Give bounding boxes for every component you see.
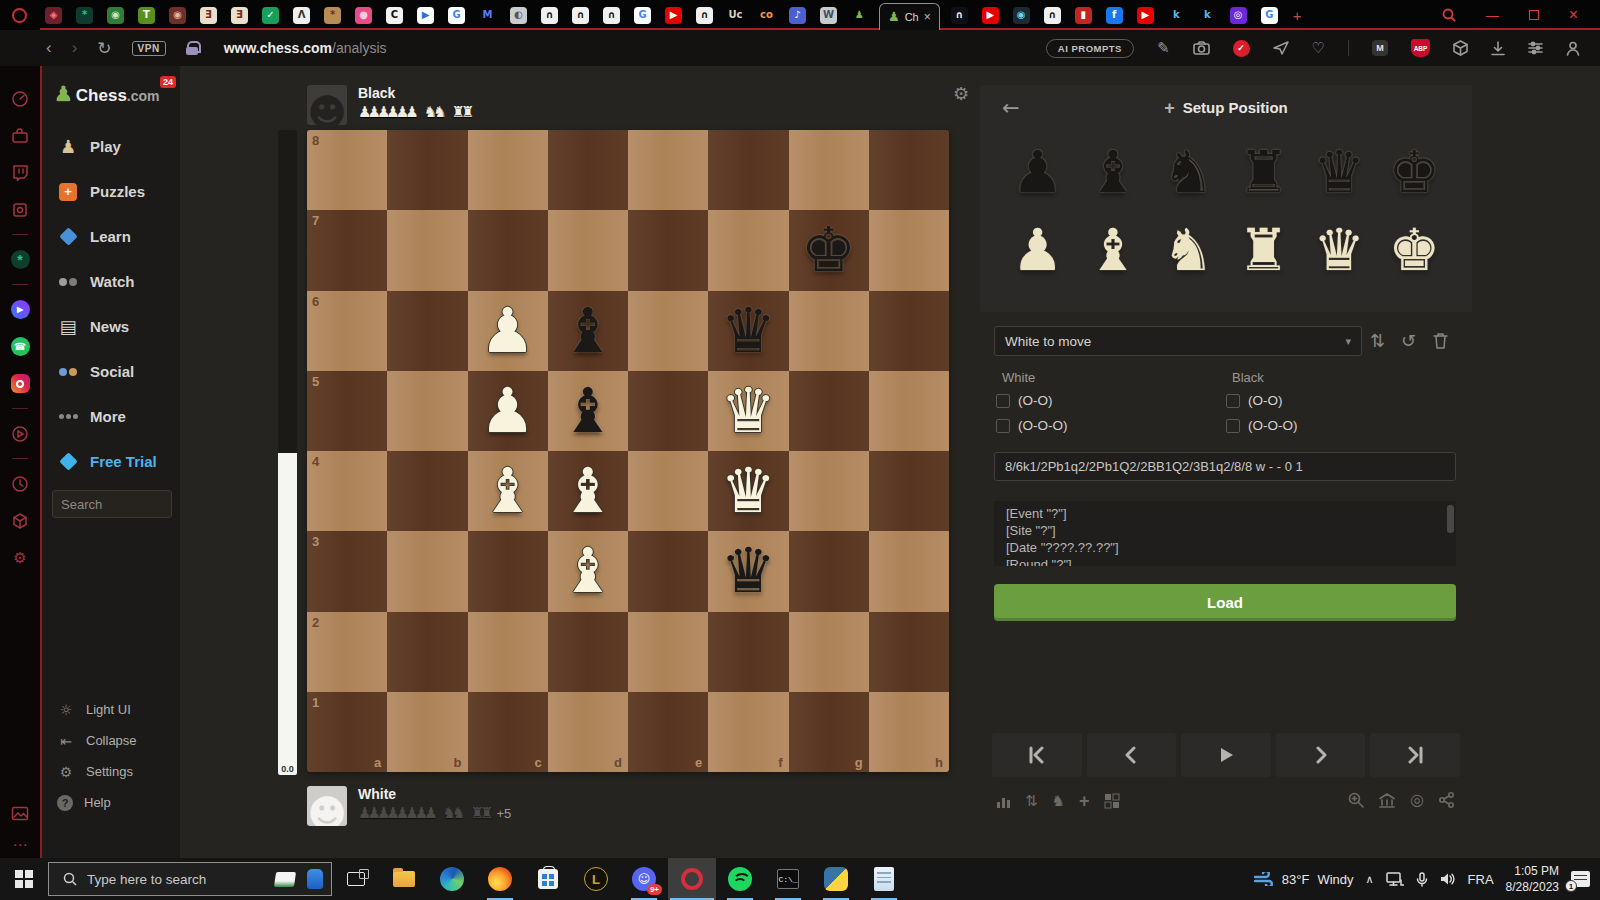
footer-label: Collapse bbox=[86, 733, 137, 748]
tab-favicon[interactable]: W bbox=[820, 7, 837, 24]
divider bbox=[12, 284, 28, 285]
rank-label: 8 bbox=[312, 134, 319, 147]
python-icon[interactable] bbox=[812, 858, 860, 900]
new-tab-button[interactable]: + bbox=[1293, 7, 1302, 24]
tab-favicon[interactable]: f bbox=[1106, 7, 1123, 24]
palette-white-queen[interactable]: ♛ bbox=[1301, 211, 1376, 289]
weather-widget[interactable]: 83°F Windy bbox=[1254, 872, 1354, 887]
square-b5[interactable] bbox=[387, 371, 467, 451]
search-icon[interactable] bbox=[1442, 8, 1456, 22]
opera-gx-icon[interactable] bbox=[668, 858, 716, 900]
piece-white-pawn-c6[interactable]: ♟ bbox=[468, 291, 548, 371]
windows-taskbar: L ☺9+ C:\_ 83°F Windy ∧ FRA 1:05 PM 8/28… bbox=[0, 858, 1600, 900]
sidebar-item-news[interactable]: ▤News bbox=[42, 304, 180, 349]
tab-favicon[interactable]: k bbox=[1199, 7, 1216, 24]
cube-icon[interactable] bbox=[1453, 40, 1468, 56]
tray-time: 1:05 PM bbox=[1506, 863, 1559, 879]
divider bbox=[12, 458, 28, 459]
first-move-button[interactable] bbox=[992, 733, 1082, 777]
square-f3[interactable]: ♛ bbox=[708, 531, 788, 611]
clock[interactable]: 1:05 PM 8/28/2023 bbox=[1506, 863, 1559, 895]
tab-favicon[interactable]: ∩ bbox=[572, 7, 589, 24]
square-e8[interactable] bbox=[628, 130, 708, 210]
chesscom-logo[interactable]: ♟ Chess .com 24 bbox=[42, 66, 180, 112]
tab-favicon[interactable]: C bbox=[386, 7, 403, 24]
sidebar-search bbox=[52, 490, 170, 518]
flip-colors-icon[interactable]: ⇅ bbox=[1370, 330, 1385, 351]
close-tab-icon[interactable]: × bbox=[924, 10, 931, 24]
tab-favicon[interactable]: ◉ bbox=[1013, 7, 1030, 24]
heart-icon[interactable]: ♡ bbox=[1312, 39, 1325, 57]
square-e3[interactable] bbox=[628, 531, 708, 611]
square-d2[interactable] bbox=[548, 612, 628, 692]
castle-checkbox[interactable] bbox=[996, 394, 1010, 408]
add-icon[interactable]: + bbox=[1079, 792, 1090, 810]
square-f8[interactable] bbox=[708, 130, 788, 210]
chevron-down-icon: ▾ bbox=[1345, 335, 1351, 348]
avatar-black[interactable]: ☻ bbox=[307, 85, 347, 125]
sidebar-menu: ♟Play+PuzzlesLearnWatch▤NewsSocialMoreFr… bbox=[42, 112, 180, 484]
sidebar-item-puzzles[interactable]: +Puzzles bbox=[42, 169, 180, 214]
clear-board-trash-icon[interactable] bbox=[1433, 332, 1448, 349]
league-of-legends-icon[interactable]: L bbox=[572, 858, 620, 900]
notification-center-icon[interactable]: 1 bbox=[1571, 871, 1590, 887]
forward-icon[interactable]: › bbox=[72, 38, 78, 58]
file-label: e bbox=[695, 756, 702, 769]
square-g1[interactable]: g bbox=[789, 692, 869, 772]
logo-tld: .com bbox=[127, 88, 160, 104]
board-editor-icon[interactable] bbox=[1104, 793, 1120, 809]
castle-label: (O-O) bbox=[1018, 393, 1053, 408]
square-c5[interactable]: ♟ bbox=[468, 371, 548, 451]
square-a8[interactable]: 8 bbox=[307, 130, 387, 210]
file-label: d bbox=[614, 756, 622, 769]
square-b3[interactable] bbox=[387, 531, 467, 611]
square-a2[interactable]: 2 bbox=[307, 612, 387, 692]
to-move-value: White to move bbox=[1005, 334, 1091, 349]
load-button[interactable]: Load bbox=[994, 584, 1456, 621]
edit-icon[interactable]: ✎ bbox=[1157, 39, 1170, 57]
square-b4[interactable] bbox=[387, 451, 467, 531]
language-indicator[interactable]: FRA bbox=[1468, 872, 1494, 887]
sidebar-item-label: Free Trial bbox=[90, 453, 157, 470]
square-d1[interactable]: d bbox=[548, 692, 628, 772]
divider bbox=[12, 234, 28, 235]
piece-white-queen-f5[interactable]: ♛ bbox=[708, 371, 788, 451]
rank-label: 4 bbox=[312, 455, 319, 468]
square-d6[interactable]: ♝ bbox=[548, 291, 628, 371]
palette-black-king[interactable]: ♚ bbox=[1377, 133, 1452, 211]
castle-checkbox[interactable] bbox=[1226, 394, 1240, 408]
messenger-icon[interactable]: ▶ bbox=[11, 291, 30, 328]
lock-icon[interactable] bbox=[186, 41, 198, 55]
volume-icon[interactable] bbox=[1440, 872, 1456, 886]
tab-favicon[interactable]: * bbox=[324, 7, 341, 24]
tab-favicon[interactable]: Λ bbox=[293, 7, 310, 24]
fen-input[interactable] bbox=[994, 452, 1456, 481]
square-g2[interactable] bbox=[789, 612, 869, 692]
shield-check-icon[interactable]: ✓ bbox=[1233, 40, 1250, 57]
pieces-icon[interactable]: ♞ bbox=[1052, 794, 1065, 809]
square-f4[interactable]: ♛ bbox=[708, 451, 788, 531]
square-f2[interactable] bbox=[708, 612, 788, 692]
tab-favicon[interactable]: ▶ bbox=[1137, 7, 1154, 24]
square-c1[interactable]: c bbox=[468, 692, 548, 772]
tab-favicon[interactable]: ∩ bbox=[541, 7, 558, 24]
microsoft-store-icon[interactable] bbox=[524, 858, 572, 900]
flip-board-icon[interactable]: ⇅ bbox=[1025, 794, 1038, 809]
castle-checkbox[interactable] bbox=[1226, 419, 1240, 433]
practice-target-icon[interactable]: ◎ bbox=[1410, 792, 1424, 808]
captured-piece-group: ♜♜ bbox=[452, 105, 471, 120]
play-button[interactable] bbox=[1181, 733, 1271, 777]
zoom-icon[interactable] bbox=[1348, 792, 1364, 808]
sidebar-item-label: News bbox=[90, 318, 129, 335]
captured-pieces-black: ♟♟♟♟♟♟♞♞♜♜ bbox=[358, 105, 480, 121]
player-icon[interactable] bbox=[11, 415, 29, 452]
player-row-black: ☻ Black ♟♟♟♟♟♟♞♞♜♜ bbox=[307, 85, 480, 125]
restore-button[interactable] bbox=[1529, 10, 1539, 20]
file-explorer-icon[interactable] bbox=[380, 858, 428, 900]
sidebar-more-icon[interactable]: ⋯ bbox=[13, 832, 28, 858]
square-a6[interactable]: 6 bbox=[307, 291, 387, 371]
piece-black-queen-f3[interactable]: ♛ bbox=[708, 531, 788, 611]
camera-icon[interactable] bbox=[1193, 41, 1210, 55]
square-b2[interactable] bbox=[387, 612, 467, 692]
square-h7[interactable] bbox=[869, 210, 949, 290]
sidebar-item-label: Social bbox=[90, 363, 134, 380]
file-label: c bbox=[535, 756, 542, 769]
edge-icon[interactable] bbox=[428, 858, 476, 900]
square-c7[interactable] bbox=[468, 210, 548, 290]
palette-white-king[interactable]: ♚ bbox=[1377, 211, 1452, 289]
tray-chevron-icon[interactable]: ∧ bbox=[1366, 873, 1374, 886]
file-label: b bbox=[454, 756, 462, 769]
palette-white-knight[interactable]: ♞ bbox=[1151, 211, 1226, 289]
analysis-tools-left: ⇅ ♞ + bbox=[996, 792, 1120, 810]
taskbar-search[interactable] bbox=[48, 862, 332, 896]
active-tab[interactable]: ♟ Ch × bbox=[879, 3, 940, 30]
instagram-icon[interactable] bbox=[11, 365, 30, 402]
network-icon[interactable] bbox=[1386, 872, 1404, 886]
ai-prompts-button[interactable]: AI PROMPTS bbox=[1046, 39, 1134, 58]
speed-dial-icon[interactable] bbox=[11, 80, 29, 117]
square-h4[interactable] bbox=[869, 451, 949, 531]
tab-favicon[interactable]: ▶ bbox=[417, 7, 434, 24]
square-e2[interactable] bbox=[628, 612, 708, 692]
footer-label: Help bbox=[84, 795, 111, 810]
castle-white-long: (O-O-O) bbox=[996, 418, 1068, 433]
piece-white-bishop-c4[interactable]: ♝ bbox=[468, 451, 548, 531]
sidebar-item-learn[interactable]: Learn bbox=[42, 214, 180, 259]
square-g8[interactable] bbox=[789, 130, 869, 210]
square-a3[interactable]: 3 bbox=[307, 531, 387, 611]
chess-board: 87♚6♟♝♛5♟♝♛4♝♝♛3♝♛21abcdefgh bbox=[307, 130, 949, 772]
square-d7[interactable] bbox=[548, 210, 628, 290]
tab-favicon[interactable]: ∩ bbox=[1044, 7, 1061, 24]
tab-favicon[interactable]: ● bbox=[355, 7, 372, 24]
square-e5[interactable] bbox=[628, 371, 708, 451]
spotify-icon[interactable] bbox=[716, 858, 764, 900]
sidebar-item-play[interactable]: ♟Play bbox=[42, 124, 180, 169]
pgn-line: [Site "?"] bbox=[1006, 522, 1444, 539]
back-arrow-icon[interactable]: ← bbox=[980, 96, 1020, 120]
palette-black-bishop[interactable]: ♝ bbox=[1075, 133, 1150, 211]
square-b7[interactable] bbox=[387, 210, 467, 290]
tab-group-left: ◈*◉T◉ƎƎ✓Λ*●C▶GM◐∩∩∩G▶∩Ucco♪W♟ bbox=[38, 7, 875, 24]
square-g7[interactable]: ♚ bbox=[789, 210, 869, 290]
square-d8[interactable] bbox=[548, 130, 628, 210]
firefox-icon[interactable] bbox=[476, 858, 524, 900]
square-b6[interactable] bbox=[387, 291, 467, 371]
free-trial-icon bbox=[57, 455, 79, 468]
square-g4[interactable] bbox=[789, 451, 869, 531]
captured-pieces-white: ♟♟♟♟♟♟♟♟♞♞♜♜+5 bbox=[358, 806, 511, 822]
snapshot-icon[interactable] bbox=[11, 795, 29, 832]
shopping-icon[interactable] bbox=[11, 117, 29, 154]
notepad-icon[interactable] bbox=[860, 858, 908, 900]
history-icon[interactable] bbox=[11, 465, 29, 502]
tab-favicon[interactable]: k bbox=[1168, 7, 1185, 24]
discord-icon[interactable]: ☺9+ bbox=[620, 858, 668, 900]
twitch-icon[interactable] bbox=[12, 154, 29, 191]
microphone-icon[interactable] bbox=[1416, 872, 1428, 887]
square-a5[interactable]: 5 bbox=[307, 371, 387, 451]
scrollbar-thumb[interactable] bbox=[1447, 505, 1454, 533]
sidebar-item-light-ui[interactable]: ☼Light UI bbox=[57, 694, 180, 725]
square-c6[interactable]: ♟ bbox=[468, 291, 548, 371]
taskbar-search-input[interactable] bbox=[87, 872, 265, 887]
board-settings-gear-icon[interactable]: ⚙ bbox=[953, 83, 969, 104]
square-h6[interactable] bbox=[869, 291, 949, 371]
piece-white-queen-f4[interactable]: ♛ bbox=[708, 451, 788, 531]
tab-favicon[interactable]: ▶ bbox=[982, 7, 999, 24]
adblock-plus-icon[interactable]: ABP bbox=[1411, 39, 1430, 57]
square-g6[interactable] bbox=[789, 291, 869, 371]
captured-piece-group: ♞♞ bbox=[424, 105, 443, 120]
footer-label: Light UI bbox=[86, 702, 131, 717]
tab-favicon[interactable]: ♪ bbox=[789, 7, 806, 24]
share-icon[interactable] bbox=[1439, 792, 1454, 808]
castling-black-label: Black bbox=[1232, 370, 1264, 385]
square-b1[interactable]: b bbox=[387, 692, 467, 772]
sidebar-item-settings[interactable]: ⚙Settings bbox=[57, 756, 180, 787]
send-icon[interactable] bbox=[1273, 41, 1289, 55]
square-a7[interactable]: 7 bbox=[307, 210, 387, 290]
square-c8[interactable] bbox=[468, 130, 548, 210]
back-to-school-book-icon bbox=[274, 872, 296, 887]
sidebar-item-help[interactable]: ?Help bbox=[57, 787, 180, 818]
profile-icon[interactable] bbox=[1566, 41, 1580, 56]
tab-favicon[interactable]: Ǝ bbox=[200, 7, 217, 24]
help-icon: ? bbox=[57, 795, 73, 811]
setup-panel-title: +Setup Position bbox=[980, 98, 1472, 119]
tab-favicon[interactable]: ◐ bbox=[510, 7, 527, 24]
rank-label: 2 bbox=[312, 616, 319, 629]
search-icon bbox=[63, 872, 77, 886]
next-move-button[interactable] bbox=[1276, 733, 1366, 777]
avatar-white[interactable]: ☻ bbox=[307, 786, 347, 826]
square-b8[interactable] bbox=[387, 130, 467, 210]
download-icon[interactable] bbox=[1491, 41, 1505, 56]
tab-favicon[interactable]: ◈ bbox=[45, 7, 62, 24]
search-input[interactable] bbox=[52, 490, 172, 518]
settings-gear-icon[interactable]: ⚙ bbox=[13, 539, 26, 576]
material-advantage: +5 bbox=[496, 806, 511, 821]
palette-black-pawn[interactable]: ♟ bbox=[1000, 133, 1075, 211]
square-e6[interactable] bbox=[628, 291, 708, 371]
puzzles-icon: + bbox=[57, 183, 79, 201]
sidebar-item-social[interactable]: Social bbox=[42, 349, 180, 394]
castle-label: (O-O) bbox=[1248, 393, 1283, 408]
url-host: www.chess.com bbox=[224, 40, 332, 56]
command-prompt-icon[interactable]: C:\_ bbox=[764, 858, 812, 900]
aria-ai-icon[interactable] bbox=[11, 191, 29, 228]
tab-favicon[interactable]: Ǝ bbox=[231, 7, 248, 24]
extension-m-icon[interactable]: M bbox=[1372, 40, 1388, 56]
sidebar-item-more[interactable]: More bbox=[42, 394, 180, 439]
piece-black-king-g7[interactable]: ♚ bbox=[789, 210, 869, 290]
sidebar-item-watch[interactable]: Watch bbox=[42, 259, 180, 304]
palette-black-knight[interactable]: ♞ bbox=[1151, 133, 1226, 211]
start-button[interactable] bbox=[0, 858, 48, 900]
square-h2[interactable] bbox=[869, 612, 949, 692]
previous-move-button[interactable] bbox=[1087, 733, 1177, 777]
palette-white-bishop[interactable]: ♝ bbox=[1075, 211, 1150, 289]
square-a1[interactable]: 1a bbox=[307, 692, 387, 772]
pgn-textarea[interactable]: [Event "?"][Site "?"][Date "????.??.??"]… bbox=[994, 501, 1456, 566]
tab-favicon[interactable]: Uc bbox=[727, 7, 744, 24]
sidebar-item-free-trial[interactable]: Free Trial bbox=[42, 439, 180, 484]
chatgpt-icon[interactable]: * bbox=[11, 241, 30, 278]
url-path: /analysis bbox=[332, 40, 386, 56]
piece-white-bishop-d4[interactable]: ♝ bbox=[548, 451, 628, 531]
pgn-line: [Date "????.??.??"] bbox=[1006, 539, 1444, 556]
tab-favicon[interactable]: G bbox=[1261, 7, 1278, 24]
square-f7[interactable] bbox=[708, 210, 788, 290]
tab-favicon[interactable]: ◉ bbox=[107, 7, 124, 24]
pgn-line: [Round "?"] bbox=[1006, 556, 1444, 566]
square-d5[interactable]: ♝ bbox=[548, 371, 628, 451]
square-g5[interactable] bbox=[789, 371, 869, 451]
rank-label: 1 bbox=[312, 696, 319, 709]
extensions-icon[interactable] bbox=[11, 502, 29, 539]
to-move-dropdown[interactable]: White to move ▾ bbox=[994, 326, 1362, 356]
tab-favicon[interactable]: ∩ bbox=[603, 7, 620, 24]
minimize-button[interactable]: — bbox=[1486, 9, 1499, 22]
square-d3[interactable]: ♝ bbox=[548, 531, 628, 611]
sidebar-item-collapse[interactable]: ⇤Collapse bbox=[57, 725, 180, 756]
square-f5[interactable]: ♛ bbox=[708, 371, 788, 451]
square-h5[interactable] bbox=[869, 371, 949, 451]
castle-black-long: (O-O-O) bbox=[1226, 418, 1298, 433]
square-c4[interactable]: ♝ bbox=[468, 451, 548, 531]
rank-label: 5 bbox=[312, 375, 319, 388]
player-name-black: Black bbox=[358, 85, 480, 102]
library-icon[interactable] bbox=[1379, 793, 1395, 808]
tray-date: 8/28/2023 bbox=[1506, 879, 1559, 895]
tab-favicon[interactable]: ◉ bbox=[169, 7, 186, 24]
square-h3[interactable] bbox=[869, 531, 949, 611]
square-f1[interactable]: f bbox=[708, 692, 788, 772]
reset-board-icon[interactable]: ↺ bbox=[1401, 330, 1416, 351]
setup-panel-header: ← +Setup Position bbox=[980, 85, 1472, 131]
logo-pawn-icon: ♟ bbox=[54, 82, 73, 106]
tab-favicon[interactable]: ◎ bbox=[1230, 7, 1247, 24]
evaluation-chart-icon[interactable] bbox=[996, 794, 1011, 808]
tab-favicon[interactable]: M bbox=[479, 7, 496, 24]
active-tab-label: Ch bbox=[905, 11, 919, 23]
vpn-badge[interactable]: VPN bbox=[132, 41, 166, 56]
tab-favicon[interactable]: * bbox=[76, 7, 93, 24]
close-window-button[interactable]: × bbox=[1569, 7, 1578, 23]
tab-favicon[interactable]: ✓ bbox=[262, 7, 279, 24]
palette-white-rook[interactable]: ♜ bbox=[1226, 211, 1301, 289]
sliders-icon[interactable] bbox=[1528, 41, 1543, 55]
piece-black-queen-f6[interactable]: ♛ bbox=[708, 291, 788, 371]
news-icon: ▤ bbox=[57, 316, 79, 337]
piece-black-bishop-d5[interactable]: ♝ bbox=[548, 371, 628, 451]
whatsapp-icon[interactable]: ☎ bbox=[11, 328, 30, 365]
footer-label: Settings bbox=[86, 764, 133, 779]
reload-icon[interactable]: ↻ bbox=[97, 38, 111, 58]
tab-favicon[interactable]: G bbox=[448, 7, 465, 24]
tab-favicon[interactable]: co bbox=[758, 7, 775, 24]
square-c2[interactable] bbox=[468, 612, 548, 692]
browser-menu-button[interactable] bbox=[0, 8, 38, 23]
tab-favicon[interactable]: ▮ bbox=[1075, 7, 1092, 24]
tab-favicon[interactable]: ♟ bbox=[851, 7, 868, 24]
square-e7[interactable] bbox=[628, 210, 708, 290]
tab-favicon[interactable]: ▶ bbox=[665, 7, 682, 24]
square-h8[interactable] bbox=[869, 130, 949, 210]
last-move-button[interactable] bbox=[1370, 733, 1460, 777]
square-g3[interactable] bbox=[789, 531, 869, 611]
palette-black-queen[interactable]: ♛ bbox=[1301, 133, 1376, 211]
palette-black-rook[interactable]: ♜ bbox=[1226, 133, 1301, 211]
square-e1[interactable]: e bbox=[628, 692, 708, 772]
piece-white-pawn-c5[interactable]: ♟ bbox=[468, 371, 548, 451]
piece-black-bishop-d6[interactable]: ♝ bbox=[548, 291, 628, 371]
square-c3[interactable] bbox=[468, 531, 548, 611]
chess-favicon: ♟ bbox=[888, 9, 900, 24]
file-label: a bbox=[374, 756, 381, 769]
tab-favicon[interactable]: T bbox=[138, 7, 155, 24]
palette-white-pawn[interactable]: ♟ bbox=[1000, 211, 1075, 289]
learn-icon bbox=[57, 230, 79, 243]
square-a4[interactable]: 4 bbox=[307, 451, 387, 531]
piece-white-bishop-d3[interactable]: ♝ bbox=[548, 531, 628, 611]
light-ui-icon: ☼ bbox=[57, 702, 75, 718]
back-icon[interactable]: ‹ bbox=[46, 38, 52, 58]
square-h1[interactable]: h bbox=[869, 692, 949, 772]
file-label: g bbox=[855, 756, 863, 769]
captured-piece-group: ♟♟♟♟♟♟♟♟ bbox=[358, 806, 434, 821]
tab-favicon[interactable]: ∩ bbox=[951, 7, 968, 24]
backpack-icon bbox=[307, 869, 323, 889]
tab-favicon[interactable]: ∩ bbox=[696, 7, 713, 24]
tab-favicon[interactable]: G bbox=[634, 7, 651, 24]
square-f6[interactable]: ♛ bbox=[708, 291, 788, 371]
address-bar: ‹ › ↻ VPN www.chess.com/analysis AI PROM… bbox=[0, 30, 1600, 66]
url-text[interactable]: www.chess.com/analysis bbox=[224, 40, 387, 56]
castle-checkbox[interactable] bbox=[996, 419, 1010, 433]
square-d4[interactable]: ♝ bbox=[548, 451, 628, 531]
castle-black-short: (O-O) bbox=[1226, 393, 1283, 408]
task-view-button[interactable] bbox=[332, 858, 380, 900]
sidebar-item-label: Watch bbox=[90, 273, 134, 290]
square-e4[interactable] bbox=[628, 451, 708, 531]
